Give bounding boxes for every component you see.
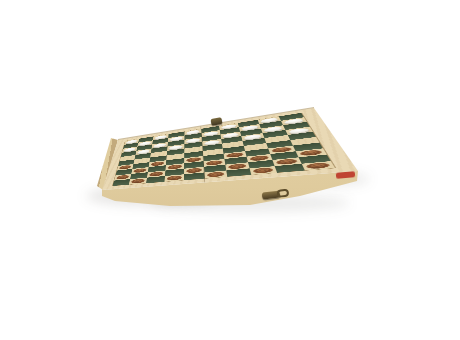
clasp-hook (276, 188, 289, 197)
board-square[interactable] (146, 176, 165, 183)
product-photo-scene (0, 0, 460, 340)
board-square[interactable] (250, 166, 277, 175)
board-square[interactable] (184, 172, 205, 180)
brown-piece[interactable] (253, 167, 274, 174)
brown-piece[interactable] (305, 162, 331, 169)
board-square[interactable] (129, 178, 147, 185)
board-grid (113, 113, 335, 186)
board-square[interactable] (275, 164, 305, 173)
board-square[interactable] (302, 161, 335, 170)
board-square[interactable] (113, 179, 130, 186)
brown-piece[interactable] (167, 175, 182, 181)
brown-piece[interactable] (131, 178, 145, 183)
board-square[interactable] (164, 174, 184, 181)
board-square[interactable] (226, 168, 251, 176)
board-square[interactable] (204, 170, 227, 178)
brown-piece[interactable] (207, 171, 225, 177)
